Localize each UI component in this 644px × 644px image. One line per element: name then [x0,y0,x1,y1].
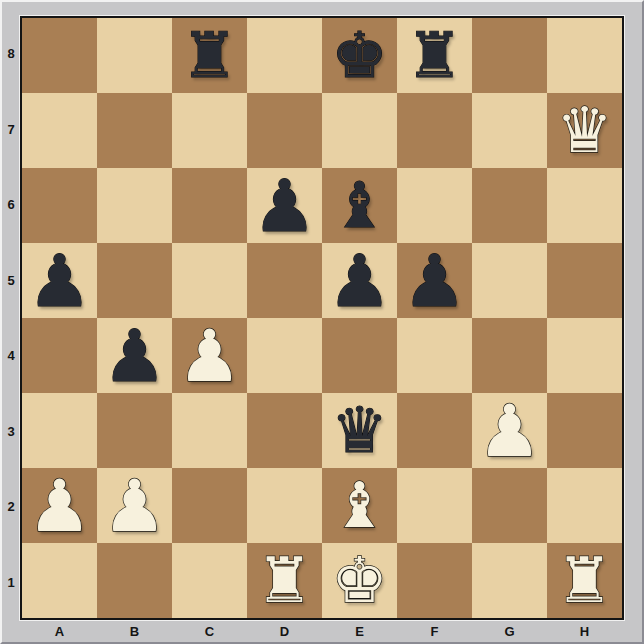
square-a3[interactable] [22,393,97,468]
white-pawn[interactable]: ♟ [27,470,92,542]
rank-label-8: 8 [2,16,20,92]
square-d2[interactable] [247,468,322,543]
rank-label-3: 3 [2,394,20,470]
square-e1[interactable]: ♚ [322,543,397,618]
chess-board: ♜♚♜♛♟♝♟♟♟♟♟♛♟♟♟♝♜♚♜ [20,16,624,620]
file-labels: ABCDEFGH [22,620,622,642]
white-rook[interactable]: ♜ [556,549,612,612]
square-e4[interactable] [322,318,397,393]
square-b8[interactable] [97,18,172,93]
square-c7[interactable] [172,93,247,168]
square-a5[interactable]: ♟ [22,243,97,318]
white-pawn[interactable]: ♟ [477,395,542,467]
square-h2[interactable] [547,468,622,543]
square-g4[interactable] [472,318,547,393]
file-label-a: A [22,620,97,642]
black-pawn[interactable]: ♟ [27,245,92,317]
square-f2[interactable] [397,468,472,543]
square-d3[interactable] [247,393,322,468]
square-b7[interactable] [97,93,172,168]
square-d5[interactable] [247,243,322,318]
square-g8[interactable] [472,18,547,93]
square-b4[interactable]: ♟ [97,318,172,393]
square-f7[interactable] [397,93,472,168]
square-c2[interactable] [172,468,247,543]
square-e6[interactable]: ♝ [322,168,397,243]
square-a6[interactable] [22,168,97,243]
rank-label-2: 2 [2,469,20,545]
square-c6[interactable] [172,168,247,243]
square-e8[interactable]: ♚ [322,18,397,93]
square-a7[interactable] [22,93,97,168]
square-g2[interactable] [472,468,547,543]
square-a1[interactable] [22,543,97,618]
square-g6[interactable] [472,168,547,243]
rank-label-7: 7 [2,92,20,168]
chess-diagram: 87654321 ♜♚♜♛♟♝♟♟♟♟♟♛♟♟♟♝♜♚♜ ABCDEFGH [0,0,644,644]
black-rook[interactable]: ♜ [406,24,462,87]
file-label-c: C [172,620,247,642]
file-label-e: E [322,620,397,642]
square-e7[interactable] [322,93,397,168]
square-g7[interactable] [472,93,547,168]
square-g1[interactable] [472,543,547,618]
square-d1[interactable]: ♜ [247,543,322,618]
rank-label-6: 6 [2,167,20,243]
rank-label-1: 1 [2,545,20,621]
square-d4[interactable] [247,318,322,393]
file-label-g: G [472,620,547,642]
square-h7[interactable]: ♛ [547,93,622,168]
rank-label-4: 4 [2,318,20,394]
square-c8[interactable]: ♜ [172,18,247,93]
black-queen[interactable]: ♛ [331,399,387,462]
square-d7[interactable] [247,93,322,168]
white-bishop[interactable]: ♝ [331,474,387,537]
square-h8[interactable] [547,18,622,93]
file-label-d: D [247,620,322,642]
square-h1[interactable]: ♜ [547,543,622,618]
square-b3[interactable] [97,393,172,468]
square-h4[interactable] [547,318,622,393]
square-f8[interactable]: ♜ [397,18,472,93]
square-b2[interactable]: ♟ [97,468,172,543]
square-d6[interactable]: ♟ [247,168,322,243]
square-f1[interactable] [397,543,472,618]
white-queen[interactable]: ♛ [556,99,612,162]
file-label-f: F [397,620,472,642]
black-pawn[interactable]: ♟ [252,170,317,242]
black-rook[interactable]: ♜ [181,24,237,87]
square-a8[interactable] [22,18,97,93]
square-f6[interactable] [397,168,472,243]
square-d8[interactable] [247,18,322,93]
white-pawn[interactable]: ♟ [177,320,242,392]
square-e3[interactable]: ♛ [322,393,397,468]
black-king[interactable]: ♚ [331,24,387,87]
square-h6[interactable] [547,168,622,243]
square-c1[interactable] [172,543,247,618]
square-a4[interactable] [22,318,97,393]
file-label-h: H [547,620,622,642]
square-c3[interactable] [172,393,247,468]
square-h3[interactable] [547,393,622,468]
square-f4[interactable] [397,318,472,393]
square-g3[interactable]: ♟ [472,393,547,468]
square-c4[interactable]: ♟ [172,318,247,393]
square-b5[interactable] [97,243,172,318]
square-c5[interactable] [172,243,247,318]
rank-labels: 87654321 [2,16,20,620]
white-rook[interactable]: ♜ [256,549,312,612]
square-b1[interactable] [97,543,172,618]
rank-label-5: 5 [2,243,20,319]
square-e5[interactable]: ♟ [322,243,397,318]
square-b6[interactable] [97,168,172,243]
square-f3[interactable] [397,393,472,468]
square-a2[interactable]: ♟ [22,468,97,543]
black-pawn[interactable]: ♟ [327,245,392,317]
black-pawn[interactable]: ♟ [102,320,167,392]
white-king[interactable]: ♚ [331,549,387,612]
square-e2[interactable]: ♝ [322,468,397,543]
square-h5[interactable] [547,243,622,318]
square-f5[interactable]: ♟ [397,243,472,318]
black-bishop[interactable]: ♝ [331,174,387,237]
square-g5[interactable] [472,243,547,318]
white-pawn[interactable]: ♟ [102,470,167,542]
black-pawn[interactable]: ♟ [402,245,467,317]
file-label-b: B [97,620,172,642]
